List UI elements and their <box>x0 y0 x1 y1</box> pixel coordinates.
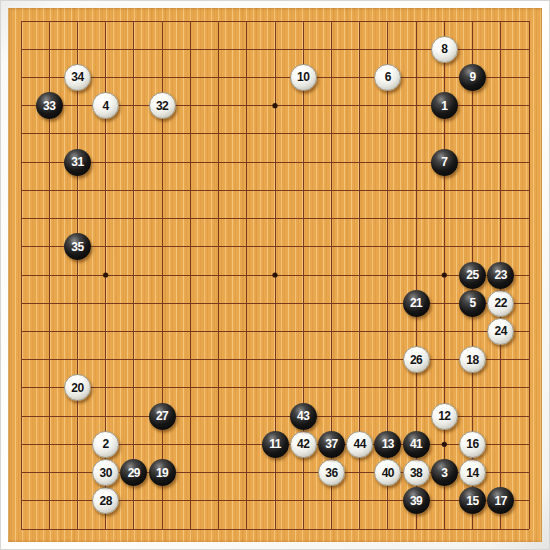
move-number: 41 <box>410 438 422 450</box>
stone-white-26: 26 <box>403 346 430 373</box>
stone-white-42: 42 <box>290 431 317 458</box>
stone-black-1: 1 <box>431 92 458 119</box>
stone-white-14: 14 <box>459 459 486 486</box>
move-number: 22 <box>495 297 507 309</box>
stone-black-35: 35 <box>64 233 91 260</box>
stone-black-19: 19 <box>149 459 176 486</box>
stone-white-34: 34 <box>64 64 91 91</box>
move-number: 26 <box>410 354 422 366</box>
move-number: 43 <box>297 410 309 422</box>
move-number: 9 <box>469 71 475 83</box>
stone-black-3: 3 <box>431 459 458 486</box>
board-frame: 1234567891011121314151617181920212223242… <box>0 0 550 550</box>
stone-white-22: 22 <box>487 290 514 317</box>
stone-white-24: 24 <box>487 318 514 345</box>
move-number: 14 <box>466 467 478 479</box>
move-number: 18 <box>466 354 478 366</box>
stone-white-30: 30 <box>92 459 119 486</box>
move-number: 30 <box>99 467 111 479</box>
stone-black-33: 33 <box>36 92 63 119</box>
stone-white-44: 44 <box>346 431 373 458</box>
star-point <box>442 272 447 277</box>
stone-black-25: 25 <box>459 262 486 289</box>
move-number: 11 <box>269 438 281 450</box>
move-number: 44 <box>353 438 365 450</box>
move-number: 6 <box>385 71 391 83</box>
move-number: 35 <box>71 241 83 253</box>
stone-white-18: 18 <box>459 346 486 373</box>
move-number: 16 <box>466 438 478 450</box>
move-number: 4 <box>103 100 109 112</box>
move-number: 8 <box>441 43 447 55</box>
move-number: 15 <box>466 495 478 507</box>
stone-black-43: 43 <box>290 403 317 430</box>
move-number: 21 <box>410 297 422 309</box>
stone-white-2: 2 <box>92 431 119 458</box>
move-number: 40 <box>382 467 394 479</box>
stone-black-7: 7 <box>431 149 458 176</box>
move-number: 36 <box>325 467 337 479</box>
move-number: 2 <box>103 438 109 450</box>
move-number: 29 <box>128 467 140 479</box>
move-number: 20 <box>71 382 83 394</box>
stone-black-11: 11 <box>262 431 289 458</box>
move-number: 24 <box>495 325 507 337</box>
stone-black-9: 9 <box>459 64 486 91</box>
move-number: 25 <box>466 269 478 281</box>
star-point <box>442 442 447 447</box>
stone-white-38: 38 <box>403 459 430 486</box>
stone-black-27: 27 <box>149 403 176 430</box>
move-number: 37 <box>325 438 337 450</box>
move-number: 10 <box>297 71 309 83</box>
move-number: 23 <box>495 269 507 281</box>
stone-white-36: 36 <box>318 459 345 486</box>
move-number: 3 <box>441 467 447 479</box>
move-number: 27 <box>156 410 168 422</box>
move-number: 19 <box>156 467 168 479</box>
move-number: 28 <box>99 495 111 507</box>
go-board[interactable]: 1234567891011121314151617181920212223242… <box>8 8 542 542</box>
stone-black-41: 41 <box>403 431 430 458</box>
stone-white-12: 12 <box>431 403 458 430</box>
move-number: 34 <box>71 71 83 83</box>
move-number: 39 <box>410 495 422 507</box>
stone-white-32: 32 <box>149 92 176 119</box>
move-number: 33 <box>43 100 55 112</box>
move-number: 42 <box>297 438 309 450</box>
stone-white-10: 10 <box>290 64 317 91</box>
move-number: 7 <box>441 156 447 168</box>
move-number: 5 <box>469 297 475 309</box>
move-number: 31 <box>71 156 83 168</box>
move-number: 32 <box>156 100 168 112</box>
star-point <box>272 272 277 277</box>
stone-white-8: 8 <box>431 36 458 63</box>
stone-black-13: 13 <box>374 431 401 458</box>
stone-black-23: 23 <box>487 262 514 289</box>
stone-black-5: 5 <box>459 290 486 317</box>
stone-black-31: 31 <box>64 149 91 176</box>
stone-white-16: 16 <box>459 431 486 458</box>
move-number: 38 <box>410 467 422 479</box>
star-point <box>103 272 108 277</box>
stone-black-37: 37 <box>318 431 345 458</box>
move-number: 1 <box>441 100 447 112</box>
star-point <box>272 103 277 108</box>
move-number: 13 <box>382 438 394 450</box>
move-number: 12 <box>438 410 450 422</box>
move-number: 17 <box>495 495 507 507</box>
stone-black-21: 21 <box>403 290 430 317</box>
stone-black-39: 39 <box>403 487 430 514</box>
